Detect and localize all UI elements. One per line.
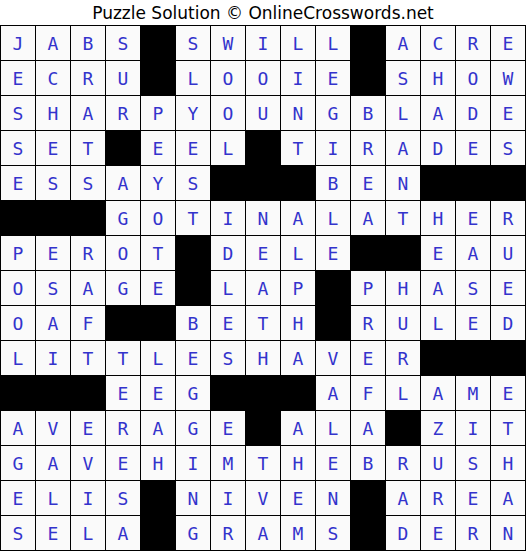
black-cell [421,341,455,375]
letter-cell: E [456,201,490,235]
letter-cell: P [281,271,315,305]
letter-cell: R [456,26,490,60]
letter-cell: A [421,96,455,130]
black-cell [351,236,385,270]
letter-cell: N [491,516,525,550]
black-cell [281,166,315,200]
black-cell [316,271,350,305]
letter-cell: L [1,341,35,375]
letter-cell: S [316,516,350,550]
letter-cell: E [281,481,315,515]
black-cell [386,411,420,445]
letter-cell: L [386,376,420,410]
letter-cell: E [246,236,280,270]
letter-cell: S [1,96,35,130]
letter-cell: O [456,61,490,95]
letter-cell: L [141,341,175,375]
letter-cell: H [491,446,525,480]
letter-cell: A [71,96,105,130]
letter-cell: G [176,516,210,550]
letter-cell: A [386,481,420,515]
letter-cell: P [1,236,35,270]
letter-cell: I [211,201,245,235]
letter-cell: E [141,271,175,305]
letter-cell: A [421,271,455,305]
black-cell [211,166,245,200]
letter-cell: E [141,131,175,165]
black-cell [351,26,385,60]
letter-cell: I [281,61,315,95]
black-cell [141,26,175,60]
letter-cell: A [491,481,525,515]
letter-cell: E [316,61,350,95]
letter-cell: R [106,411,140,445]
letter-cell: D [421,131,455,165]
letter-cell: S [36,166,70,200]
black-cell [281,376,315,410]
letter-cell: F [71,306,105,340]
letter-cell: H [141,446,175,480]
letter-cell: S [176,26,210,60]
letter-cell: E [491,26,525,60]
black-cell [71,376,105,410]
letter-cell: E [141,376,175,410]
letter-cell: W [491,61,525,95]
letter-cell: N [246,201,280,235]
letter-cell: Z [421,411,455,445]
letter-cell: A [281,411,315,445]
letter-cell: T [491,411,525,445]
letter-cell: B [176,306,210,340]
letter-cell: B [351,96,385,130]
letter-cell: H [281,306,315,340]
letter-cell: L [211,131,245,165]
letter-cell: L [176,61,210,95]
letter-cell: R [71,236,105,270]
letter-cell: W [211,26,245,60]
black-cell [421,166,455,200]
letter-cell: E [71,411,105,445]
letter-cell: O [246,61,280,95]
letter-cell: T [141,236,175,270]
letter-cell: M [211,446,245,480]
letter-cell: S [106,481,140,515]
black-cell [141,61,175,95]
black-cell [211,376,245,410]
black-cell [141,306,175,340]
letter-cell: U [421,446,455,480]
letter-cell: N [386,166,420,200]
letter-cell: L [36,481,70,515]
letter-cell: S [1,516,35,550]
letter-cell: R [421,481,455,515]
letter-cell: O [141,201,175,235]
letter-cell: A [351,411,385,445]
black-cell [351,61,385,95]
letter-cell: I [316,131,350,165]
letter-cell: E [1,481,35,515]
letter-cell: E [1,61,35,95]
black-cell [141,481,175,515]
letter-cell: F [351,376,385,410]
puzzle-solution-page: Puzzle Solution © OnlineCrosswords.net J… [0,0,526,551]
letter-cell: E [421,236,455,270]
letter-cell: G [106,271,140,305]
letter-cell: A [36,26,70,60]
letter-cell: E [211,411,245,445]
letter-cell: M [456,376,490,410]
letter-cell: L [211,271,245,305]
black-cell [491,341,525,375]
letter-cell: N [316,481,350,515]
letter-cell: T [106,341,140,375]
letter-cell: B [71,26,105,60]
letter-cell: T [71,341,105,375]
letter-cell: A [1,411,35,445]
letter-cell: L [316,411,350,445]
black-cell [456,341,490,375]
letter-cell: H [281,446,315,480]
letter-cell: E [456,131,490,165]
letter-cell: L [281,236,315,270]
letter-cell: G [176,376,210,410]
letter-cell: A [281,341,315,375]
letter-cell: O [106,236,140,270]
letter-cell: H [246,341,280,375]
black-cell [351,481,385,515]
letter-cell: U [106,61,140,95]
black-cell [246,131,280,165]
letter-cell: S [211,341,245,375]
letter-cell: T [386,201,420,235]
letter-cell: S [456,446,490,480]
letter-cell: G [316,96,350,130]
letter-cell: O [211,61,245,95]
letter-cell: D [491,306,525,340]
letter-cell: A [141,411,175,445]
letter-cell: I [36,341,70,375]
letter-cell: E [491,96,525,130]
letter-cell: V [316,341,350,375]
letter-cell: E [1,166,35,200]
letter-cell: E [211,306,245,340]
letter-cell: R [351,306,385,340]
letter-cell: S [491,131,525,165]
letter-cell: H [421,61,455,95]
letter-cell: E [316,236,350,270]
letter-cell: L [316,26,350,60]
black-cell [316,306,350,340]
black-cell [176,271,210,305]
letter-cell: R [106,96,140,130]
letter-cell: O [211,96,245,130]
letter-cell: E [491,376,525,410]
letter-cell: L [386,96,420,130]
letter-cell: E [106,446,140,480]
letter-cell: Y [141,166,175,200]
letter-cell: L [281,26,315,60]
letter-cell: A [246,516,280,550]
letter-cell: T [246,446,280,480]
black-cell [106,306,140,340]
letter-cell: N [281,96,315,130]
letter-cell: R [211,516,245,550]
letter-cell: U [491,236,525,270]
letter-cell: G [106,201,140,235]
letter-cell: A [106,516,140,550]
letter-cell: A [246,271,280,305]
black-cell [351,516,385,550]
letter-cell: E [456,306,490,340]
letter-cell: S [1,131,35,165]
letter-cell: H [36,96,70,130]
letter-cell: A [386,131,420,165]
black-cell [106,131,140,165]
letter-cell: E [456,481,490,515]
black-cell [36,201,70,235]
letter-cell: C [421,26,455,60]
letter-cell: S [106,26,140,60]
letter-cell: S [456,271,490,305]
letter-cell: E [491,271,525,305]
black-cell [246,411,280,445]
letter-cell: E [176,131,210,165]
black-cell [1,376,35,410]
letter-cell: I [211,481,245,515]
page-title: Puzzle Solution © OnlineCrosswords.net [0,0,526,25]
black-cell [491,166,525,200]
letter-cell: E [36,131,70,165]
letter-cell: J [1,26,35,60]
letter-cell: R [456,516,490,550]
letter-cell: I [246,26,280,60]
letter-cell: E [351,166,385,200]
letter-cell: M [281,516,315,550]
letter-cell: V [36,411,70,445]
letter-cell: L [71,516,105,550]
letter-cell: E [36,236,70,270]
letter-cell: I [176,446,210,480]
letter-cell: C [36,61,70,95]
black-cell [246,166,280,200]
letter-cell: P [351,271,385,305]
letter-cell: A [106,166,140,200]
letter-cell: R [351,131,385,165]
letter-cell: R [71,61,105,95]
letter-cell: A [316,376,350,410]
letter-cell: U [386,306,420,340]
letter-cell: T [246,306,280,340]
letter-cell: A [456,236,490,270]
letter-cell: P [141,96,175,130]
letter-cell: D [211,236,245,270]
letter-cell: A [351,201,385,235]
black-cell [36,376,70,410]
black-cell [456,166,490,200]
letter-cell: R [386,341,420,375]
letter-cell: S [176,166,210,200]
letter-cell: T [71,131,105,165]
letter-cell: D [386,516,420,550]
black-cell [71,201,105,235]
letter-cell: R [386,446,420,480]
letter-cell: G [176,411,210,445]
letter-cell: B [316,166,350,200]
crossword-grid: JABSSWILLACREECRULOOIESHOWSHARPYOUNGBLAD… [0,25,526,551]
letter-cell: A [386,26,420,60]
letter-cell: G [1,446,35,480]
black-cell [176,236,210,270]
letter-cell: E [351,341,385,375]
black-cell [386,236,420,270]
letter-cell: I [456,411,490,445]
letter-cell: E [176,341,210,375]
letter-cell: U [246,96,280,130]
letter-cell: A [421,376,455,410]
letter-cell: V [246,481,280,515]
letter-cell: B [351,446,385,480]
letter-cell: A [36,306,70,340]
letter-cell: S [36,271,70,305]
letter-cell: A [71,271,105,305]
letter-cell: S [386,61,420,95]
letter-cell: H [421,201,455,235]
letter-cell: O [1,306,35,340]
letter-cell: O [1,271,35,305]
letter-cell: V [71,446,105,480]
black-cell [246,376,280,410]
letter-cell: E [36,516,70,550]
letter-cell: Y [176,96,210,130]
letter-cell: E [316,446,350,480]
letter-cell: L [316,201,350,235]
letter-cell: N [176,481,210,515]
letter-cell: S [71,166,105,200]
letter-cell: H [386,271,420,305]
letter-cell: A [281,201,315,235]
black-cell [1,201,35,235]
letter-cell: L [421,306,455,340]
letter-cell: E [421,516,455,550]
letter-cell: D [456,96,490,130]
letter-cell: R [491,201,525,235]
letter-cell: T [176,201,210,235]
letter-cell: E [106,376,140,410]
letter-cell: T [281,131,315,165]
letter-cell: I [71,481,105,515]
black-cell [141,516,175,550]
letter-cell: A [36,446,70,480]
